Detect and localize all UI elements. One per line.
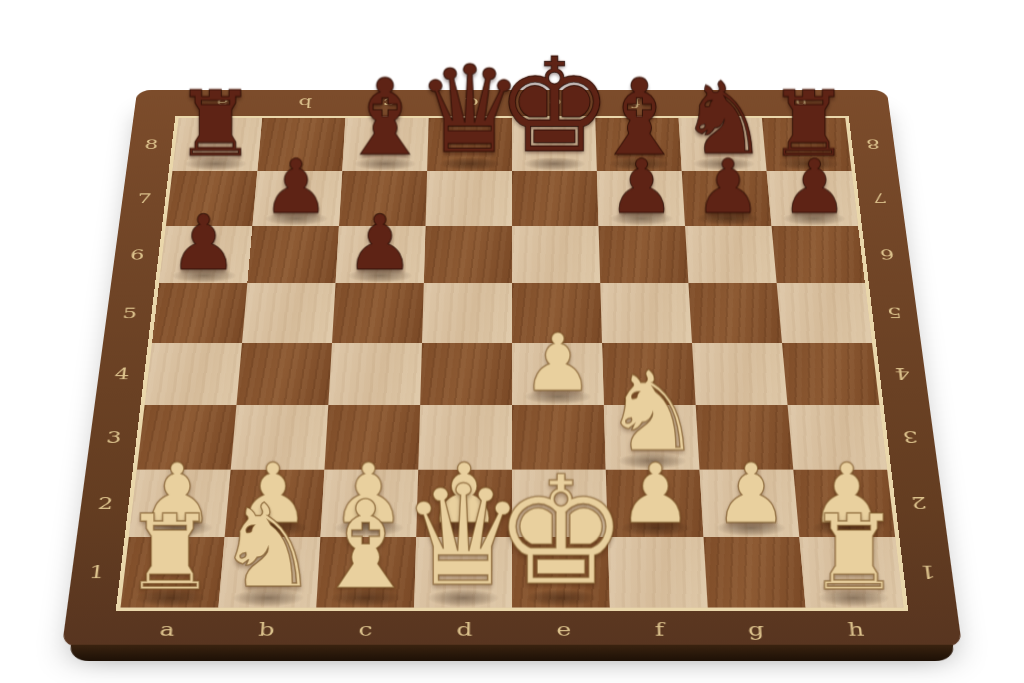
black-pawn-b7[interactable]: ♟ <box>262 151 329 222</box>
square-g5[interactable] <box>688 283 782 343</box>
white-pawn-e4[interactable]: ♟ <box>522 325 593 401</box>
square-e1[interactable]: ♚ <box>512 537 610 607</box>
square-c5[interactable] <box>332 283 424 343</box>
chess-board: abcdefgh abcdefgh 87654321 87654321 ♜♝♛♚… <box>62 90 962 647</box>
white-pawn-g2[interactable]: ♟ <box>714 454 788 533</box>
square-a5[interactable] <box>152 283 247 343</box>
file-label-top-g: g <box>710 96 725 111</box>
square-c4[interactable] <box>328 343 422 405</box>
square-c6[interactable]: ♟ <box>336 226 426 283</box>
square-h7[interactable]: ♟ <box>767 171 858 226</box>
square-b6[interactable] <box>247 226 339 283</box>
black-pawn-f7[interactable]: ♟ <box>608 151 675 222</box>
file-label-top-h: h <box>794 96 809 111</box>
black-rook-a8[interactable]: ♜ <box>175 81 256 167</box>
square-h5[interactable] <box>777 283 872 343</box>
rank-label-right-8: 8 <box>865 137 881 152</box>
chess-board-photo: abcdefgh abcdefgh 87654321 87654321 ♜♝♛♚… <box>0 0 1024 683</box>
square-g6[interactable] <box>685 226 777 283</box>
square-e6[interactable] <box>512 226 600 283</box>
file-label-top-e: e <box>549 96 562 111</box>
square-f5[interactable] <box>600 283 692 343</box>
square-d7[interactable] <box>425 171 512 226</box>
square-f6[interactable] <box>599 226 689 283</box>
square-b7[interactable]: ♟ <box>252 171 342 226</box>
square-c8[interactable]: ♝ <box>342 118 428 171</box>
square-h4[interactable] <box>782 343 879 405</box>
file-label-top-b: b <box>298 96 313 111</box>
rank-label-right-5: 5 <box>886 304 903 321</box>
board-edge <box>69 645 955 661</box>
white-rook-a1[interactable]: ♜ <box>123 504 216 603</box>
black-bishop-c8[interactable]: ♝ <box>338 67 433 167</box>
file-label-top-a: a <box>215 96 229 111</box>
square-h1[interactable]: ♜ <box>799 537 903 607</box>
square-a4[interactable] <box>145 343 242 405</box>
board-squares: ♜♝♛♚♝♞♜♟♟♟♟♟♟♟♞♟♟♟♟♟♟♟♜♞♝♛♚♜ <box>116 116 908 611</box>
file-label-top-c: c <box>383 96 396 111</box>
white-rook-h1[interactable]: ♜ <box>807 504 900 603</box>
square-d5[interactable] <box>422 283 512 343</box>
square-b5[interactable] <box>242 283 336 343</box>
square-d4[interactable] <box>420 343 512 405</box>
rank-label-right-7: 7 <box>872 190 888 206</box>
square-g2[interactable]: ♟ <box>700 470 800 537</box>
square-g7[interactable]: ♟ <box>682 171 772 226</box>
white-bishop-c1[interactable]: ♝ <box>311 487 420 603</box>
rank-label-right-6: 6 <box>879 246 895 263</box>
square-f7[interactable]: ♟ <box>597 171 685 226</box>
white-knight-b1[interactable]: ♞ <box>216 493 319 602</box>
square-e4[interactable]: ♟ <box>512 343 604 405</box>
square-c1[interactable]: ♝ <box>316 537 416 607</box>
white-pawn-f2[interactable]: ♟ <box>618 454 692 533</box>
square-e8[interactable]: ♚ <box>512 118 597 171</box>
square-a1[interactable]: ♜ <box>121 537 225 607</box>
square-e7[interactable] <box>512 171 599 226</box>
square-b4[interactable] <box>236 343 332 405</box>
black-pawn-g7[interactable]: ♟ <box>694 151 761 222</box>
black-pawn-h7[interactable]: ♟ <box>781 151 848 222</box>
square-a6[interactable]: ♟ <box>159 226 252 283</box>
square-h6[interactable] <box>772 226 865 283</box>
square-b1[interactable]: ♞ <box>218 537 320 607</box>
square-d6[interactable] <box>424 226 512 283</box>
file-label-top-f: f <box>632 96 641 111</box>
square-g4[interactable] <box>692 343 788 405</box>
square-g1[interactable] <box>704 537 806 607</box>
file-label-top-d: d <box>465 96 479 111</box>
white-king-e1[interactable]: ♚ <box>494 460 628 602</box>
square-a8[interactable]: ♜ <box>172 118 262 171</box>
board-frame: ♜♝♛♚♝♞♜♟♟♟♟♟♟♟♞♟♟♟♟♟♟♟♜♞♝♛♚♜ <box>62 90 962 647</box>
black-pawn-a6[interactable]: ♟ <box>169 207 237 280</box>
black-pawn-c6[interactable]: ♟ <box>346 207 414 280</box>
